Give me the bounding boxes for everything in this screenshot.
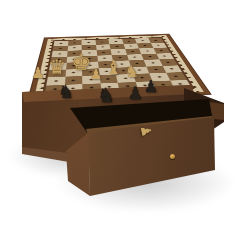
square-dot [72,72,75,74]
square-dot [73,47,76,48]
square-dot [154,40,157,41]
square-dot [73,59,76,60]
square-dot [72,79,75,81]
square-dot [103,58,106,59]
square-dot [102,52,105,53]
square-dot [151,62,155,63]
square-dot [143,45,146,46]
square-dot [72,65,75,66]
square-dot [143,85,147,87]
square-dot [129,46,132,47]
square-dot [146,50,149,51]
square-dot [56,66,59,67]
square-dot [122,70,126,71]
square-dot [161,84,165,86]
square-dot [89,79,92,81]
brass-knob [170,154,175,159]
square-dot [90,87,94,89]
square-dot [166,62,170,63]
square-dot [138,69,142,70]
square-dot [117,51,120,52]
square-dot [104,64,107,65]
square-dot [154,69,158,70]
square-dot [170,68,174,69]
square-dot [88,58,91,59]
square-dot [108,86,112,88]
square-dot [163,55,167,56]
square-dot [174,75,178,77]
square-dot [87,47,90,48]
square-dot [60,43,63,44]
square-dot [89,71,92,73]
square-dot [54,80,58,82]
chess-box-photo: ♟♛♚♟♝♞♞♞♟♟♟ [0,0,250,250]
square-dot [126,85,130,87]
square-dot [59,48,62,49]
square-dot [157,45,160,46]
square-dot [88,52,91,53]
square-dot [73,42,76,43]
square-dot [53,88,57,90]
square-dot [160,50,163,51]
square-dot [131,51,134,52]
square-dot [87,42,90,43]
square-dot [178,83,182,85]
square-dot [101,41,104,42]
square-dot [128,41,131,42]
square-dot [148,56,151,57]
square-dot [58,53,61,54]
square-dot [101,46,104,47]
square-dot [106,78,110,80]
square-dot [141,40,144,41]
square-dot [133,57,136,58]
square-dot [120,63,123,64]
square-dot [73,53,76,54]
square-dot [55,72,58,74]
square-dot [135,63,138,64]
square-dot [57,59,60,60]
square-dot [88,64,91,65]
square-dot [157,76,161,78]
square-dot [114,41,117,42]
square-dot [123,77,127,79]
square-dot [140,77,144,79]
square-dot [115,46,118,47]
square-dot [105,71,108,73]
square-dot [118,57,121,58]
square-dot [71,88,75,90]
